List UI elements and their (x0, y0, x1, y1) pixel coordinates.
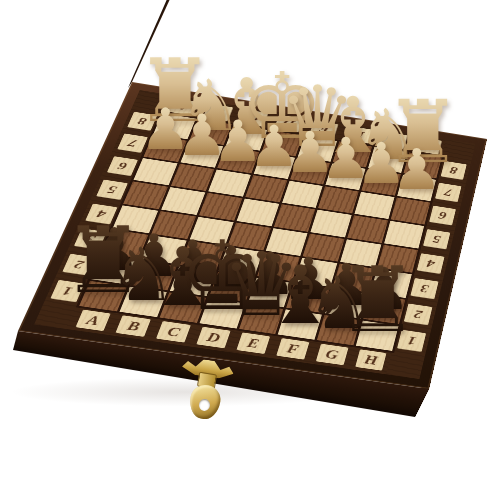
chess-set-photo: ABCDEFGH ABCDEFGH 87654321 87654321 ♜♞♝♚… (0, 0, 500, 500)
clasp-hole (198, 398, 211, 412)
square-g6 (355, 192, 395, 219)
square-a3 (102, 230, 148, 259)
square-d4 (227, 222, 270, 250)
square-f3 (295, 258, 338, 287)
square-c2 (170, 266, 216, 296)
square-e2 (248, 278, 292, 308)
square-f8 (333, 141, 372, 167)
coord-label-E-front: E (236, 332, 269, 354)
coord-label-G-front: G (316, 344, 348, 365)
clasp-loop-icon (187, 383, 222, 422)
square-d1 (199, 298, 245, 328)
coord-label-1-right: 1 (397, 330, 426, 352)
square-a4 (113, 205, 158, 233)
coord-label-7-right: 7 (435, 183, 461, 202)
square-g4 (340, 239, 381, 267)
square-c6 (208, 169, 251, 196)
square-f2 (287, 283, 330, 313)
square-e3 (257, 253, 300, 282)
coord-label-A-front: A (75, 310, 111, 332)
square-h3 (371, 269, 412, 298)
square-a6 (134, 158, 178, 185)
square-g2 (325, 289, 368, 319)
coord-label-D-front: D (196, 327, 230, 349)
coord-label-C-front: C (156, 321, 191, 343)
square-h2 (363, 295, 405, 325)
square-c5 (199, 193, 242, 221)
square-b4 (151, 211, 196, 239)
square-h4 (377, 245, 418, 273)
square-a2 (91, 255, 138, 285)
square-h6 (391, 197, 430, 224)
square-d3 (218, 247, 262, 276)
square-c8 (226, 125, 267, 151)
square-f5 (311, 210, 352, 238)
square-b5 (161, 187, 205, 215)
coord-label-2-right: 2 (404, 303, 433, 325)
brass-clasp (179, 360, 237, 424)
square-d8 (262, 130, 303, 156)
square-a1 (79, 281, 127, 311)
square-d7 (254, 152, 295, 178)
square-e5 (274, 204, 316, 232)
square-c7 (217, 147, 259, 173)
square-b3 (141, 235, 186, 264)
square-c3 (180, 241, 225, 270)
square-d5 (236, 198, 279, 226)
square-e7 (290, 158, 331, 184)
square-h5 (384, 221, 424, 249)
square-f7 (326, 164, 366, 190)
coord-label-5-right: 5 (423, 229, 450, 249)
square-g1 (317, 315, 360, 345)
square-g3 (333, 264, 375, 293)
square-a7 (144, 135, 187, 162)
square-e6 (282, 181, 323, 208)
square-g7 (362, 169, 401, 195)
coord-label-3-right: 3 (410, 278, 438, 299)
coord-label-H-front: H (355, 349, 387, 370)
square-f1 (278, 309, 322, 339)
square-b8 (190, 119, 232, 145)
coord-label-B-front: B (116, 315, 151, 337)
square-h7 (397, 175, 436, 201)
square-g5 (348, 215, 389, 243)
square-f4 (303, 234, 345, 262)
square-b7 (180, 141, 222, 168)
square-g8 (368, 147, 407, 173)
square-a5 (123, 181, 168, 209)
square-a8 (153, 113, 195, 139)
square-b2 (130, 261, 176, 291)
square-d2 (209, 272, 254, 302)
coord-label-4-right: 4 (417, 253, 445, 274)
square-e1 (239, 304, 284, 334)
square-c4 (189, 217, 233, 245)
square-d6 (245, 175, 287, 202)
square-h8 (404, 152, 442, 178)
coord-label-8-right: 8 (441, 161, 467, 180)
coord-label-6-right: 6 (429, 206, 456, 226)
square-c1 (159, 292, 205, 322)
square-b6 (171, 164, 214, 191)
square-f6 (318, 186, 359, 213)
square-b1 (119, 287, 166, 317)
square-e8 (297, 136, 337, 162)
square-e4 (265, 228, 308, 256)
square-h1 (356, 321, 399, 351)
coord-label-F-front: F (276, 338, 309, 359)
